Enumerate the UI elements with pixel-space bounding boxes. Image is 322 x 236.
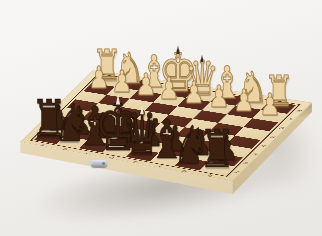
chess-set-photo: abcdefgh12345678 ♜♞♝♚♛♝♞♜♟♟♟♟♟♟♟♟♟♟♟♟♟♟♟… [0,0,322,236]
clasp-latch-icon [91,160,107,167]
